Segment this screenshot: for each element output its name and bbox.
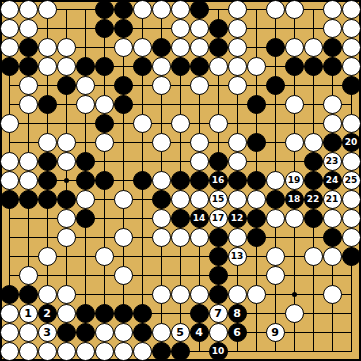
move-number-label: 19: [288, 176, 301, 185]
black-stone[interactable]: [152, 190, 171, 209]
black-stone[interactable]: [342, 247, 361, 266]
white-stone[interactable]: [342, 152, 361, 171]
move-number-label: 16: [212, 176, 225, 185]
black-stone[interactable]: [323, 133, 342, 152]
black-stone[interactable]: [304, 171, 323, 190]
black-stone[interactable]: [19, 285, 38, 304]
white-stone[interactable]: [133, 0, 152, 19]
white-stone[interactable]: [247, 57, 266, 76]
black-stone[interactable]: [133, 304, 152, 323]
white-stone[interactable]: [228, 133, 247, 152]
white-stone[interactable]: [342, 57, 361, 76]
white-stone[interactable]: [38, 285, 57, 304]
white-stone[interactable]: 25: [342, 171, 361, 190]
black-stone[interactable]: [266, 76, 285, 95]
white-stone[interactable]: [171, 19, 190, 38]
white-stone[interactable]: [0, 152, 19, 171]
white-stone[interactable]: [57, 133, 76, 152]
white-stone[interactable]: [95, 247, 114, 266]
move-number-label: 13: [231, 252, 244, 261]
black-stone[interactable]: [0, 57, 19, 76]
white-stone[interactable]: [152, 209, 171, 228]
black-stone[interactable]: [190, 0, 209, 19]
white-stone[interactable]: [76, 76, 95, 95]
white-stone[interactable]: [0, 342, 19, 361]
white-stone[interactable]: [209, 57, 228, 76]
black-stone[interactable]: [57, 190, 76, 209]
white-stone[interactable]: [304, 133, 323, 152]
move-number-label: 23: [326, 157, 339, 166]
grid-line-horizontal: [9, 256, 352, 257]
white-stone[interactable]: [342, 190, 361, 209]
white-stone[interactable]: [38, 57, 57, 76]
black-stone[interactable]: 24: [323, 171, 342, 190]
black-stone[interactable]: [114, 0, 133, 19]
white-stone[interactable]: [266, 209, 285, 228]
white-stone[interactable]: [114, 38, 133, 57]
white-stone[interactable]: [285, 38, 304, 57]
black-stone[interactable]: [38, 171, 57, 190]
white-stone[interactable]: [0, 114, 19, 133]
black-stone[interactable]: 4: [190, 323, 209, 342]
white-stone[interactable]: [228, 57, 247, 76]
black-stone[interactable]: 14: [190, 209, 209, 228]
black-stone[interactable]: 22: [304, 190, 323, 209]
white-stone[interactable]: [57, 38, 76, 57]
white-stone[interactable]: [152, 133, 171, 152]
move-number-label: 18: [288, 195, 301, 204]
white-stone[interactable]: [114, 323, 133, 342]
white-stone[interactable]: [228, 190, 247, 209]
white-stone[interactable]: [285, 209, 304, 228]
black-stone[interactable]: [19, 38, 38, 57]
black-stone[interactable]: [133, 57, 152, 76]
white-stone[interactable]: [190, 152, 209, 171]
white-stone[interactable]: [38, 247, 57, 266]
white-stone[interactable]: [285, 133, 304, 152]
white-stone[interactable]: [152, 285, 171, 304]
white-stone[interactable]: [38, 133, 57, 152]
black-stone[interactable]: [323, 57, 342, 76]
move-number-label: 1: [24, 308, 32, 319]
move-number-label: 22: [307, 195, 320, 204]
black-stone[interactable]: [19, 190, 38, 209]
white-stone[interactable]: [114, 190, 133, 209]
black-stone[interactable]: 2: [38, 304, 57, 323]
white-stone[interactable]: 1: [19, 304, 38, 323]
black-stone[interactable]: [323, 38, 342, 57]
black-stone[interactable]: [190, 304, 209, 323]
white-stone[interactable]: [323, 95, 342, 114]
white-stone[interactable]: [76, 95, 95, 114]
black-stone[interactable]: [95, 19, 114, 38]
white-stone[interactable]: [342, 209, 361, 228]
white-stone[interactable]: 7: [209, 304, 228, 323]
white-stone[interactable]: [76, 342, 95, 361]
white-stone[interactable]: [114, 342, 133, 361]
grid-line-horizontal: [9, 275, 352, 276]
white-stone[interactable]: [190, 285, 209, 304]
black-stone[interactable]: [57, 76, 76, 95]
black-stone[interactable]: [342, 76, 361, 95]
black-stone[interactable]: [114, 76, 133, 95]
move-number-label: 10: [212, 347, 225, 356]
move-number-label: 2: [43, 308, 51, 319]
white-stone[interactable]: [19, 19, 38, 38]
black-stone[interactable]: [114, 304, 133, 323]
white-stone[interactable]: [0, 0, 19, 19]
white-stone[interactable]: [304, 247, 323, 266]
white-stone[interactable]: [190, 76, 209, 95]
black-stone[interactable]: [171, 171, 190, 190]
white-stone[interactable]: [152, 171, 171, 190]
white-stone[interactable]: [0, 171, 19, 190]
white-stone[interactable]: [342, 0, 361, 19]
move-number-label: 14: [193, 214, 206, 223]
black-stone[interactable]: [152, 342, 171, 361]
star-point: [64, 178, 69, 183]
white-stone[interactable]: [228, 19, 247, 38]
black-stone[interactable]: [76, 171, 95, 190]
black-stone[interactable]: 18: [285, 190, 304, 209]
white-stone[interactable]: [19, 342, 38, 361]
white-stone[interactable]: [76, 190, 95, 209]
black-stone[interactable]: [285, 57, 304, 76]
black-stone[interactable]: [209, 266, 228, 285]
white-stone[interactable]: [95, 323, 114, 342]
black-stone[interactable]: [76, 323, 95, 342]
black-stone[interactable]: [38, 152, 57, 171]
white-stone[interactable]: [38, 0, 57, 19]
black-stone[interactable]: [190, 57, 209, 76]
white-stone[interactable]: [0, 19, 19, 38]
white-stone[interactable]: 3: [38, 323, 57, 342]
black-stone[interactable]: [209, 285, 228, 304]
move-number-label: 7: [214, 308, 222, 319]
white-stone[interactable]: [342, 38, 361, 57]
black-stone[interactable]: [76, 57, 95, 76]
black-stone[interactable]: [114, 95, 133, 114]
white-stone[interactable]: [19, 152, 38, 171]
white-stone[interactable]: [323, 19, 342, 38]
black-stone[interactable]: [171, 342, 190, 361]
white-stone[interactable]: [152, 57, 171, 76]
black-stone[interactable]: [95, 171, 114, 190]
move-number-label: 17: [212, 214, 225, 223]
white-stone[interactable]: [152, 228, 171, 247]
black-stone[interactable]: [76, 152, 95, 171]
white-stone[interactable]: 13: [228, 247, 247, 266]
black-stone[interactable]: [209, 38, 228, 57]
white-stone[interactable]: [19, 76, 38, 95]
move-number-label: 15: [212, 195, 225, 204]
white-stone[interactable]: [0, 304, 19, 323]
move-number-label: 9: [271, 327, 279, 338]
white-stone[interactable]: 15: [209, 190, 228, 209]
white-stone[interactable]: [247, 285, 266, 304]
move-number-label: 21: [326, 195, 339, 204]
white-stone[interactable]: [323, 0, 342, 19]
white-stone[interactable]: [133, 38, 152, 57]
white-stone[interactable]: [57, 285, 76, 304]
white-stone[interactable]: 19: [285, 171, 304, 190]
white-stone[interactable]: [95, 95, 114, 114]
white-stone[interactable]: [228, 76, 247, 95]
white-stone[interactable]: [285, 0, 304, 19]
white-stone[interactable]: [228, 285, 247, 304]
black-stone[interactable]: [266, 190, 285, 209]
white-stone[interactable]: 5: [171, 323, 190, 342]
move-number-label: 12: [231, 214, 244, 223]
white-stone[interactable]: [342, 19, 361, 38]
black-stone[interactable]: [133, 323, 152, 342]
white-stone[interactable]: [0, 38, 19, 57]
black-stone[interactable]: 10: [209, 342, 228, 361]
white-stone[interactable]: [342, 114, 361, 133]
white-stone[interactable]: [285, 95, 304, 114]
white-stone[interactable]: [57, 342, 76, 361]
white-stone[interactable]: [247, 190, 266, 209]
move-number-label: 8: [233, 308, 241, 319]
black-stone[interactable]: [38, 190, 57, 209]
black-stone[interactable]: 8: [228, 304, 247, 323]
white-stone[interactable]: [190, 228, 209, 247]
go-board-screenshot: 202316192425151822211417121312783546910: [0, 0, 361, 361]
go-board[interactable]: 202316192425151822211417121312783546910: [0, 0, 361, 361]
black-stone[interactable]: [171, 209, 190, 228]
white-stone[interactable]: [171, 0, 190, 19]
black-stone[interactable]: [95, 57, 114, 76]
white-stone[interactable]: [228, 0, 247, 19]
black-stone[interactable]: [95, 304, 114, 323]
white-stone[interactable]: [57, 304, 76, 323]
white-stone[interactable]: [133, 342, 152, 361]
black-stone[interactable]: [247, 171, 266, 190]
white-stone[interactable]: [304, 38, 323, 57]
black-stone[interactable]: [190, 171, 209, 190]
white-stone[interactable]: [57, 228, 76, 247]
white-stone[interactable]: [190, 190, 209, 209]
white-stone[interactable]: [0, 323, 19, 342]
white-stone[interactable]: [19, 323, 38, 342]
white-stone[interactable]: [152, 323, 171, 342]
white-stone[interactable]: 17: [209, 209, 228, 228]
white-stone[interactable]: [133, 114, 152, 133]
black-stone[interactable]: [38, 95, 57, 114]
black-stone[interactable]: [247, 95, 266, 114]
white-stone[interactable]: [95, 342, 114, 361]
black-stone[interactable]: [0, 190, 19, 209]
white-stone[interactable]: [228, 152, 247, 171]
white-stone[interactable]: [228, 228, 247, 247]
white-stone[interactable]: [19, 0, 38, 19]
move-number-label: 3: [43, 327, 51, 338]
white-stone[interactable]: 21: [323, 190, 342, 209]
black-stone[interactable]: [247, 133, 266, 152]
black-stone[interactable]: [95, 114, 114, 133]
white-stone[interactable]: 23: [323, 152, 342, 171]
black-stone[interactable]: [76, 304, 95, 323]
white-stone[interactable]: [266, 171, 285, 190]
black-stone[interactable]: [114, 19, 133, 38]
black-stone[interactable]: [209, 247, 228, 266]
white-stone[interactable]: [114, 228, 133, 247]
black-stone[interactable]: [247, 228, 266, 247]
white-stone[interactable]: [38, 38, 57, 57]
black-stone[interactable]: [76, 209, 95, 228]
black-stone[interactable]: [209, 228, 228, 247]
white-stone[interactable]: [190, 133, 209, 152]
black-stone[interactable]: [57, 323, 76, 342]
white-stone[interactable]: [57, 152, 76, 171]
black-stone[interactable]: [171, 57, 190, 76]
white-stone[interactable]: [190, 38, 209, 57]
black-stone[interactable]: [323, 228, 342, 247]
black-stone[interactable]: [95, 0, 114, 19]
white-stone[interactable]: [209, 114, 228, 133]
black-stone[interactable]: [209, 19, 228, 38]
white-stone[interactable]: [266, 247, 285, 266]
black-stone[interactable]: 20: [342, 133, 361, 152]
move-number-label: 5: [176, 327, 184, 338]
white-stone[interactable]: [95, 133, 114, 152]
white-stone[interactable]: [323, 247, 342, 266]
move-number-label: 4: [195, 327, 203, 338]
white-stone[interactable]: [209, 323, 228, 342]
white-stone[interactable]: [285, 304, 304, 323]
star-point: [292, 292, 297, 297]
white-stone[interactable]: [266, 266, 285, 285]
black-stone[interactable]: 6: [228, 323, 247, 342]
white-stone[interactable]: [152, 76, 171, 95]
black-stone[interactable]: 12: [228, 209, 247, 228]
black-stone[interactable]: [209, 152, 228, 171]
move-number-label: 24: [326, 176, 339, 185]
white-stone[interactable]: [323, 114, 342, 133]
black-stone[interactable]: 16: [209, 171, 228, 190]
white-stone[interactable]: [323, 209, 342, 228]
black-stone[interactable]: [152, 38, 171, 57]
white-stone[interactable]: [152, 0, 171, 19]
black-stone[interactable]: [133, 171, 152, 190]
white-stone[interactable]: [114, 266, 133, 285]
white-stone[interactable]: [228, 38, 247, 57]
black-stone[interactable]: [304, 209, 323, 228]
black-stone[interactable]: [304, 152, 323, 171]
white-stone[interactable]: [323, 285, 342, 304]
move-number-label: 25: [345, 176, 358, 185]
white-stone[interactable]: [19, 95, 38, 114]
move-number-label: 6: [233, 327, 241, 338]
white-stone[interactable]: 9: [266, 323, 285, 342]
white-stone[interactable]: [19, 266, 38, 285]
white-stone[interactable]: [171, 38, 190, 57]
white-stone[interactable]: [171, 114, 190, 133]
black-stone[interactable]: [304, 57, 323, 76]
black-stone[interactable]: [247, 209, 266, 228]
white-stone[interactable]: [171, 190, 190, 209]
black-stone[interactable]: [266, 38, 285, 57]
white-stone[interactable]: [38, 342, 57, 361]
white-stone[interactable]: [57, 57, 76, 76]
white-stone[interactable]: [171, 285, 190, 304]
white-stone[interactable]: [266, 0, 285, 19]
white-stone[interactable]: [190, 19, 209, 38]
white-stone[interactable]: [342, 228, 361, 247]
white-stone[interactable]: [171, 228, 190, 247]
move-number-label: 20: [345, 138, 358, 147]
black-stone[interactable]: [228, 171, 247, 190]
white-stone[interactable]: [19, 171, 38, 190]
black-stone[interactable]: [19, 57, 38, 76]
white-stone[interactable]: [57, 209, 76, 228]
black-stone[interactable]: [0, 285, 19, 304]
